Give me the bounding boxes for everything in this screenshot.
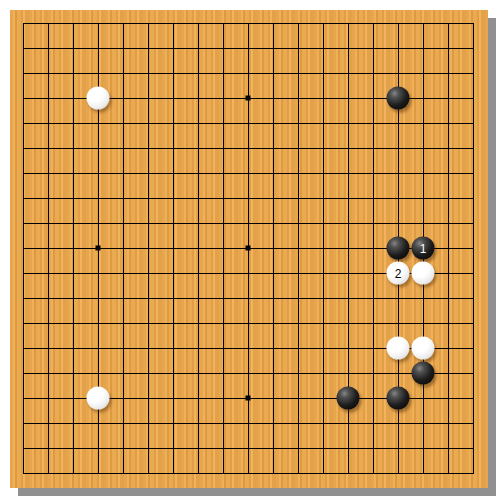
stone-black-Q10: [387, 237, 410, 260]
stone-white-Q9: 2: [387, 262, 410, 285]
star-point: [246, 396, 251, 401]
stone-white-D4: [87, 387, 110, 410]
grid-line-vertical: [298, 23, 299, 474]
go-board[interactable]: 12: [10, 10, 488, 488]
grid-line-horizontal: [23, 298, 474, 299]
grid-line-vertical: [373, 23, 374, 474]
stone-white-Q6: [387, 337, 410, 360]
stone-white-R6: [412, 337, 435, 360]
grid-line-vertical: [448, 23, 449, 474]
star-point: [246, 246, 251, 251]
page: 12: [0, 0, 500, 500]
move-number-label: 1: [420, 242, 427, 254]
stone-black-R5: [412, 362, 435, 385]
stone-black-Q4: [387, 387, 410, 410]
stone-white-R9: [412, 262, 435, 285]
move-number-label: 2: [395, 267, 402, 279]
grid-line-horizontal: [23, 473, 474, 474]
grid-line-horizontal: [23, 423, 474, 424]
grid-line-vertical: [273, 23, 274, 474]
stone-white-D16: [87, 87, 110, 110]
grid-line-vertical: [323, 23, 324, 474]
stone-black-O4: [337, 387, 360, 410]
star-point: [246, 96, 251, 101]
grid-line-horizontal: [23, 448, 474, 449]
grid-line-horizontal: [23, 323, 474, 324]
grid-line-vertical: [473, 23, 474, 474]
star-point: [96, 246, 101, 251]
stone-black-Q16: [387, 87, 410, 110]
stone-black-R10: 1: [412, 237, 435, 260]
grid-line-horizontal: [23, 373, 474, 374]
